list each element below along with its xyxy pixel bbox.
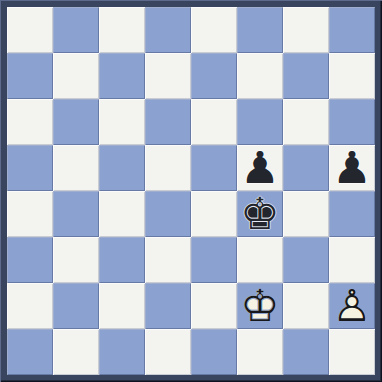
square-e3[interactable] [191,237,237,283]
square-e1[interactable] [191,329,237,375]
square-b5[interactable] [53,145,99,191]
square-b4[interactable] [53,191,99,237]
square-a2[interactable] [7,283,53,329]
square-b8[interactable] [53,7,99,53]
square-c7[interactable] [99,53,145,99]
board-frame: ♟♟♚♚♔♟♙ [0,0,382,382]
square-e5[interactable] [191,145,237,191]
piece-glyph-outline: ♔ [237,283,283,329]
square-a1[interactable] [7,329,53,375]
square-f2[interactable]: ♚♔ [237,283,283,329]
white-king[interactable]: ♚♔ [237,283,283,329]
piece-glyph-outline: ♙ [329,283,375,329]
square-d4[interactable] [145,191,191,237]
square-g2[interactable] [283,283,329,329]
square-h5[interactable]: ♟ [329,145,375,191]
square-e8[interactable] [191,7,237,53]
square-h4[interactable] [329,191,375,237]
piece-glyph: ♟ [237,145,283,191]
square-b7[interactable] [53,53,99,99]
square-h7[interactable] [329,53,375,99]
black-pawn[interactable]: ♟ [237,145,283,191]
square-e2[interactable] [191,283,237,329]
square-g7[interactable] [283,53,329,99]
square-c6[interactable] [99,99,145,145]
square-g3[interactable] [283,237,329,283]
square-a5[interactable] [7,145,53,191]
square-c1[interactable] [99,329,145,375]
square-f1[interactable] [237,329,283,375]
square-f8[interactable] [237,7,283,53]
piece-glyph: ♚ [237,191,283,237]
square-b3[interactable] [53,237,99,283]
square-f6[interactable] [237,99,283,145]
square-a6[interactable] [7,99,53,145]
square-b6[interactable] [53,99,99,145]
chess-board: ♟♟♚♚♔♟♙ [7,7,375,375]
white-pawn[interactable]: ♟♙ [329,283,375,329]
square-c4[interactable] [99,191,145,237]
square-a8[interactable] [7,7,53,53]
square-g4[interactable] [283,191,329,237]
square-h3[interactable] [329,237,375,283]
square-h2[interactable]: ♟♙ [329,283,375,329]
square-h8[interactable] [329,7,375,53]
square-d2[interactable] [145,283,191,329]
square-d8[interactable] [145,7,191,53]
square-h1[interactable] [329,329,375,375]
square-c2[interactable] [99,283,145,329]
square-d3[interactable] [145,237,191,283]
square-d7[interactable] [145,53,191,99]
square-a7[interactable] [7,53,53,99]
square-f7[interactable] [237,53,283,99]
square-e6[interactable] [191,99,237,145]
square-g8[interactable] [283,7,329,53]
square-e7[interactable] [191,53,237,99]
square-c5[interactable] [99,145,145,191]
square-c8[interactable] [99,7,145,53]
black-pawn[interactable]: ♟ [329,145,375,191]
square-g1[interactable] [283,329,329,375]
square-d1[interactable] [145,329,191,375]
piece-glyph: ♟ [329,145,375,191]
square-f5[interactable]: ♟ [237,145,283,191]
square-h6[interactable] [329,99,375,145]
square-f3[interactable] [237,237,283,283]
square-g5[interactable] [283,145,329,191]
square-d5[interactable] [145,145,191,191]
square-a3[interactable] [7,237,53,283]
square-c3[interactable] [99,237,145,283]
square-b1[interactable] [53,329,99,375]
square-d6[interactable] [145,99,191,145]
square-e4[interactable] [191,191,237,237]
square-a4[interactable] [7,191,53,237]
square-b2[interactable] [53,283,99,329]
square-g6[interactable] [283,99,329,145]
black-king[interactable]: ♚ [237,191,283,237]
square-f4[interactable]: ♚ [237,191,283,237]
